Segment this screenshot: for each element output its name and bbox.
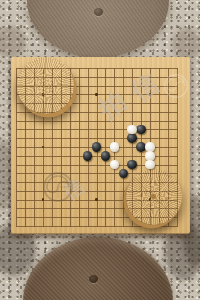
stone-white[interactable] [110, 160, 120, 170]
stone-bowl-lid [17, 57, 74, 114]
seat-cushion-top [27, 0, 169, 58]
star-point [42, 198, 45, 201]
cushion-button [94, 8, 103, 16]
stone-white[interactable] [145, 160, 155, 170]
stone-black[interactable] [92, 142, 102, 152]
carpet-blotch [172, 28, 200, 60]
star-point [95, 198, 98, 201]
stone-bowl-bottom-right[interactable] [126, 169, 182, 225]
stone-white[interactable] [127, 125, 137, 135]
cushion-button [89, 275, 98, 283]
grid-line-vertical [105, 68, 106, 227]
stone-black[interactable] [127, 133, 137, 143]
grid-line-vertical [123, 68, 124, 227]
stone-black[interactable] [127, 160, 137, 170]
star-point [95, 93, 98, 96]
seat-cushion-bottom [23, 237, 173, 300]
grid-line-horizontal [16, 226, 178, 227]
stone-black[interactable] [101, 151, 111, 161]
stone-black[interactable] [119, 169, 129, 179]
stone-white[interactable] [110, 142, 120, 152]
carpet-blotch [0, 26, 26, 58]
stone-bowl-top-left[interactable] [17, 57, 74, 114]
stone-bowl-lid [126, 169, 182, 225]
scene-photo: 拍 信 信 [0, 0, 200, 300]
stone-black[interactable] [83, 151, 93, 161]
stone-black[interactable] [136, 125, 146, 135]
